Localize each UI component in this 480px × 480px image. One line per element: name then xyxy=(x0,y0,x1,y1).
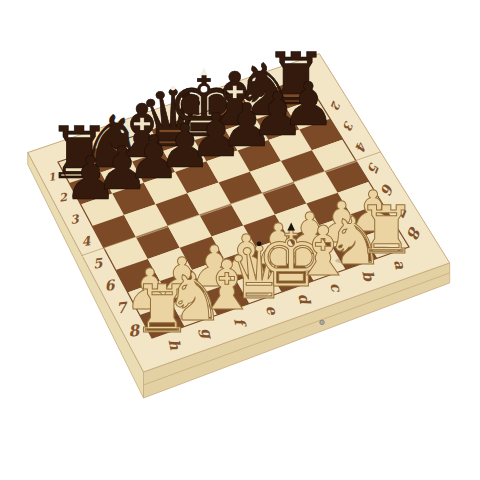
piece-light-rook-a8: ♜ xyxy=(357,191,416,269)
chess-board: 123456782345678hgfedcba♜♞♝♛♚♝♞♜♟♟♟♟♟♟♟♟♟… xyxy=(0,0,480,480)
chess-set-photo: 123456782345678hgfedcba♜♞♝♛♚♝♞♜♟♟♟♟♟♟♟♟♟… xyxy=(0,0,480,480)
hinge-pin xyxy=(320,320,325,325)
piece-dark-pawn-a2: ♟ xyxy=(282,69,336,139)
